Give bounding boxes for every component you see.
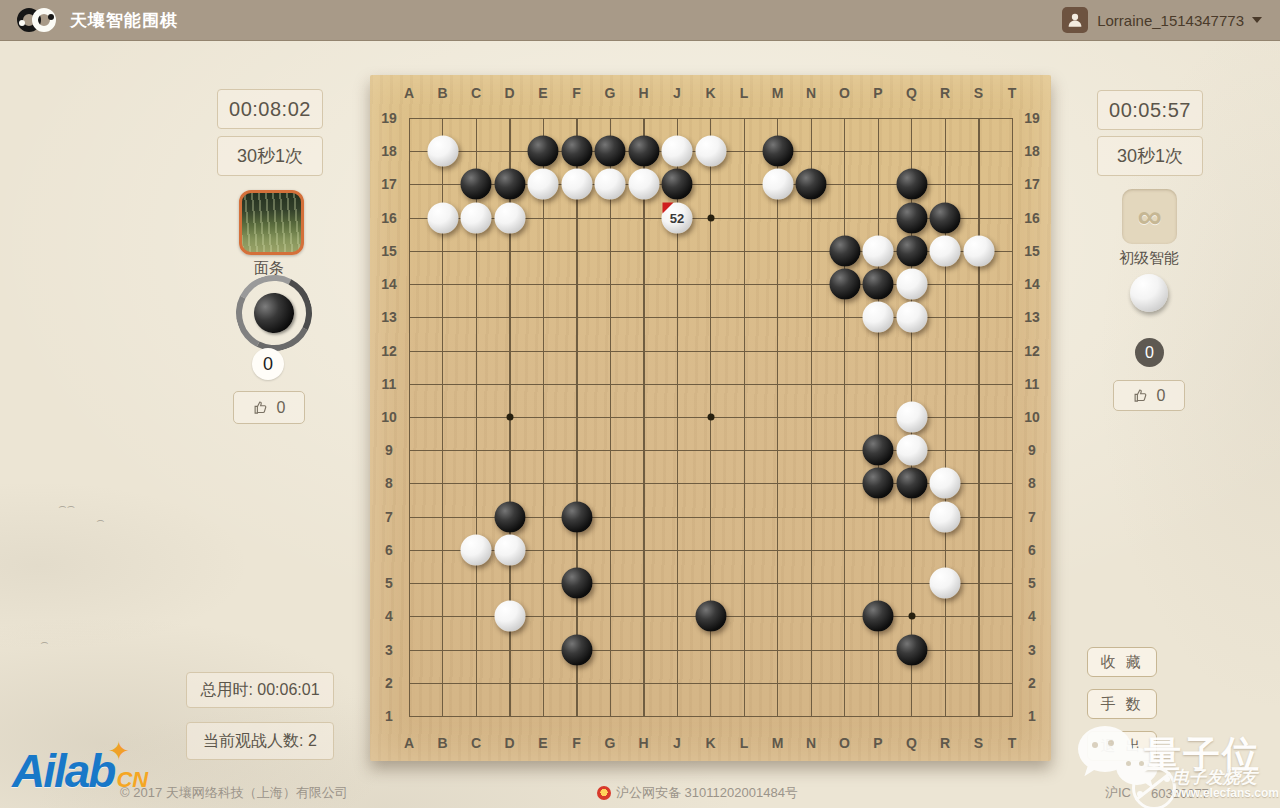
board-coord-right-7: 7 xyxy=(1028,509,1036,525)
board-coord-right-14: 14 xyxy=(1024,276,1040,292)
board-coord-left-19: 19 xyxy=(381,110,397,126)
total-time: 总用时: 00:06:01 xyxy=(186,672,334,708)
board-coord-left-17: 17 xyxy=(381,176,397,192)
board-coord-bottom-J: J xyxy=(673,735,681,751)
board-coord-right-13: 13 xyxy=(1024,309,1040,325)
board-coord-top-P: P xyxy=(873,85,882,101)
star-point-K16 xyxy=(707,214,714,221)
board-coord-bottom-P: P xyxy=(873,735,882,751)
stone-black-P14 xyxy=(863,269,894,300)
stone-white-R8 xyxy=(930,468,961,499)
thumbs-up-icon xyxy=(253,399,270,416)
board-coord-right-6: 6 xyxy=(1028,542,1036,558)
board-coord-bottom-S: S xyxy=(974,735,983,751)
white-captures-count: 0 xyxy=(1135,338,1164,367)
board-coord-top-T: T xyxy=(1008,85,1017,101)
board-coord-bottom-B: B xyxy=(437,735,447,751)
board-coord-top-B: B xyxy=(437,85,447,101)
board-coord-right-16: 16 xyxy=(1024,210,1040,226)
qbit-title: 量子位 xyxy=(1144,730,1261,780)
board-coord-right-15: 15 xyxy=(1024,243,1040,259)
move-count-button[interactable]: 手 数 xyxy=(1087,689,1157,719)
ailab-text: Ailab xyxy=(12,745,114,797)
board-coord-left-16: 16 xyxy=(381,210,397,226)
stone-white-B18 xyxy=(427,136,458,167)
stone-white-C16 xyxy=(461,202,492,233)
stone-white-R15 xyxy=(930,235,961,266)
stone-white-R5 xyxy=(930,568,961,599)
board-coord-right-19: 19 xyxy=(1024,110,1040,126)
board-coord-right-11: 11 xyxy=(1025,376,1040,392)
stone-black-F18 xyxy=(561,136,592,167)
board-coord-bottom-Q: Q xyxy=(906,735,917,751)
board-coord-left-9: 9 xyxy=(385,442,393,458)
bird-mark: ⌣ xyxy=(40,636,49,652)
board-coord-bottom-R: R xyxy=(940,735,950,751)
stone-black-F7 xyxy=(561,501,592,532)
board-coord-top-R: R xyxy=(940,85,950,101)
board-coord-bottom-L: L xyxy=(740,735,749,751)
stone-black-C17 xyxy=(461,169,492,200)
board-coord-bottom-F: F xyxy=(572,735,581,751)
board-coord-left-12: 12 xyxy=(381,343,397,359)
app-header: 天壤智能围棋 Lorraine_1514347773 xyxy=(0,0,1280,41)
stone-white-K18 xyxy=(695,136,726,167)
icp-text-left: 沪IC xyxy=(1105,784,1131,802)
board-coord-right-12: 12 xyxy=(1024,343,1040,359)
icp-text-right: 60330077 xyxy=(1151,786,1209,801)
spectator-count: 当前观战人数: 2 xyxy=(186,722,334,760)
app-logo: 天壤智能围棋 xyxy=(14,6,178,34)
bird-mark: ⌣ xyxy=(96,514,105,530)
board-coord-right-4: 4 xyxy=(1028,608,1036,624)
black-timer: 00:08:02 xyxy=(217,89,323,129)
board-coord-left-1: 1 xyxy=(385,708,393,724)
stone-white-J18 xyxy=(662,136,693,167)
stone-black-J17 xyxy=(662,169,693,200)
stone-black-M18 xyxy=(762,136,793,167)
infinity-logo-icon xyxy=(14,6,60,34)
board-coord-left-5: 5 xyxy=(385,575,393,591)
white-player-name: 初级智能 xyxy=(1097,249,1201,268)
chevron-down-icon[interactable] xyxy=(1252,17,1262,23)
board-coord-top-N: N xyxy=(806,85,816,101)
stone-black-D7 xyxy=(494,501,525,532)
board-coord-top-M: M xyxy=(772,85,784,101)
stone-black-O14 xyxy=(829,269,860,300)
board-coord-left-7: 7 xyxy=(385,509,393,525)
board-coord-left-14: 14 xyxy=(381,276,397,292)
stone-white-D4 xyxy=(494,601,525,632)
stone-black-H18 xyxy=(628,136,659,167)
infinity-emboss-icon: ∞ xyxy=(1137,197,1161,236)
board-coord-top-A: A xyxy=(404,85,414,101)
black-like-count: 0 xyxy=(277,399,286,417)
stone-white-Q9 xyxy=(896,435,927,466)
board-coord-left-3: 3 xyxy=(385,642,393,658)
app-title: 天壤智能围棋 xyxy=(70,9,178,32)
board-coord-left-4: 4 xyxy=(385,608,393,624)
board-coord-bottom-M: M xyxy=(772,735,784,751)
board-coord-top-J: J xyxy=(673,85,681,101)
board-coord-left-15: 15 xyxy=(381,243,397,259)
star-point-D10 xyxy=(506,413,513,420)
board-coord-right-1: 1 xyxy=(1028,708,1036,724)
stone-black-Q8 xyxy=(896,468,927,499)
white-like-count: 0 xyxy=(1157,387,1166,405)
police-badge-icon xyxy=(597,786,611,800)
board-coord-top-O: O xyxy=(839,85,850,101)
stone-white-R7 xyxy=(930,501,961,532)
board-coord-left-11: 11 xyxy=(382,376,397,392)
black-like-button[interactable]: 0 xyxy=(233,391,305,424)
stone-white-Q14 xyxy=(896,269,927,300)
stone-black-P9 xyxy=(863,435,894,466)
white-like-button[interactable]: 0 xyxy=(1113,380,1185,411)
stone-white-H17 xyxy=(628,169,659,200)
stone-black-F3 xyxy=(561,634,592,665)
thumbs-up-icon xyxy=(1133,387,1150,404)
stone-white-E17 xyxy=(528,169,559,200)
board-coord-top-G: G xyxy=(605,85,616,101)
stone-white-J16: 52 xyxy=(662,202,693,233)
black-player-avatar xyxy=(239,190,304,255)
stone-black-K4 xyxy=(695,601,726,632)
stone-white-P15 xyxy=(863,235,894,266)
board-coord-bottom-D: D xyxy=(504,735,514,751)
security-record-text: 沪公网安备 31011202001484号 xyxy=(616,784,798,802)
board-coord-right-3: 3 xyxy=(1028,642,1036,658)
board-coord-bottom-C: C xyxy=(471,735,481,751)
username: Lorraine_1514347773 xyxy=(1097,12,1244,29)
exit-button[interactable]: 退 出 xyxy=(1087,731,1157,761)
star-icon: ✦ xyxy=(108,736,130,767)
board-coord-bottom-T: T xyxy=(1008,735,1017,751)
stone-white-D6 xyxy=(494,534,525,565)
board-coord-bottom-A: A xyxy=(404,735,414,751)
stone-white-Q10 xyxy=(896,401,927,432)
board-coord-right-10: 10 xyxy=(1024,409,1040,425)
stone-white-D16 xyxy=(494,202,525,233)
stone-white-G17 xyxy=(595,169,626,200)
board-coord-top-E: E xyxy=(538,85,547,101)
board-coord-top-K: K xyxy=(705,85,715,101)
board-coord-bottom-H: H xyxy=(638,735,648,751)
board-coord-right-17: 17 xyxy=(1024,176,1040,192)
stone-white-P13 xyxy=(863,302,894,333)
board-coord-left-2: 2 xyxy=(385,675,393,691)
stone-black-N17 xyxy=(796,169,827,200)
stone-white-F17 xyxy=(561,169,592,200)
black-stone-indicator-icon xyxy=(226,265,322,361)
board-coord-top-S: S xyxy=(974,85,983,101)
user-avatar-icon xyxy=(1062,7,1088,33)
black-byoyomi: 30秒1次 xyxy=(217,136,323,176)
board-coord-right-5: 5 xyxy=(1028,575,1036,591)
black-captures-count: 0 xyxy=(252,348,284,380)
board-coord-bottom-O: O xyxy=(839,735,850,751)
white-stone-indicator-icon xyxy=(1130,274,1168,312)
board-coord-bottom-K: K xyxy=(705,735,715,751)
board-coord-bottom-N: N xyxy=(806,735,816,751)
board-coord-top-H: H xyxy=(638,85,648,101)
star-point-K10 xyxy=(707,413,714,420)
stone-black-F5 xyxy=(561,568,592,599)
copyright-text: © 2017 天壤网络科技（上海）有限公司 xyxy=(120,784,348,802)
stone-black-Q16 xyxy=(896,202,927,233)
icp-record: 沪IC 60330077 xyxy=(1105,784,1209,802)
stone-white-S15 xyxy=(963,235,994,266)
board-coord-left-8: 8 xyxy=(385,475,393,491)
white-timer: 00:05:57 xyxy=(1097,90,1203,130)
favorite-button[interactable]: 收 藏 xyxy=(1087,647,1157,677)
stone-black-O15 xyxy=(829,235,860,266)
white-byoyomi: 30秒1次 xyxy=(1097,136,1203,176)
user-menu[interactable]: Lorraine_1514347773 xyxy=(1062,0,1262,40)
star-point-Q4 xyxy=(908,613,915,620)
stone-white-C6 xyxy=(461,534,492,565)
board-coord-left-6: 6 xyxy=(385,542,393,558)
stone-black-Q17 xyxy=(896,169,927,200)
security-record: 沪公网安备 31011202001484号 xyxy=(597,784,798,802)
board-coord-top-Q: Q xyxy=(906,85,917,101)
stone-black-D17 xyxy=(494,169,525,200)
stone-white-Q13 xyxy=(896,302,927,333)
board-coord-top-F: F xyxy=(572,85,581,101)
stone-black-Q15 xyxy=(896,235,927,266)
board-coord-top-C: C xyxy=(471,85,481,101)
board-coord-bottom-E: E xyxy=(538,735,547,751)
stone-black-P4 xyxy=(863,601,894,632)
white-player-avatar: ∞ xyxy=(1122,189,1177,244)
bird-mark: ⌣⌣ xyxy=(58,500,75,516)
board-coord-right-18: 18 xyxy=(1024,143,1040,159)
last-move-number: 52 xyxy=(662,202,693,233)
board-coord-top-D: D xyxy=(504,85,514,101)
stone-black-Q3 xyxy=(896,634,927,665)
board-coord-bottom-G: G xyxy=(605,735,616,751)
board-coord-right-2: 2 xyxy=(1028,675,1036,691)
stone-black-R16 xyxy=(930,202,961,233)
board-coord-left-13: 13 xyxy=(381,309,397,325)
board-coord-right-8: 8 xyxy=(1028,475,1036,491)
stone-white-M17 xyxy=(762,169,793,200)
stone-black-E18 xyxy=(528,136,559,167)
board-coord-top-L: L xyxy=(740,85,749,101)
stone-black-P8 xyxy=(863,468,894,499)
board-coord-right-9: 9 xyxy=(1028,442,1036,458)
go-board: AABBCCDDEEFFGGHHJJKKLLMMNNOOPPQQRRSSTT19… xyxy=(370,75,1051,761)
board-coord-left-10: 10 xyxy=(381,409,397,425)
stone-white-B16 xyxy=(427,202,458,233)
stone-black-G18 xyxy=(595,136,626,167)
board-coord-left-18: 18 xyxy=(381,143,397,159)
